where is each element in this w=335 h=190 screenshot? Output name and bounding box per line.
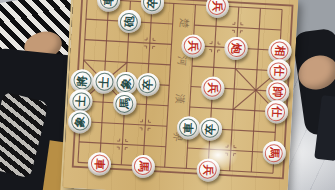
piece-character: 馬 (137, 160, 149, 172)
intersection-c7r2[interactable] (204, 16, 227, 38)
intersection-c4r2[interactable] (140, 12, 163, 34)
intersection-c8r5[interactable] (223, 78, 246, 100)
intersection-c4r4[interactable] (137, 53, 160, 75)
intersection-c7r4[interactable] (202, 56, 225, 78)
intersection-c9r5[interactable] (244, 79, 267, 101)
piece-character: 士 (98, 76, 110, 88)
photo-scene: 車卒砲將士象卒士馬象車卒兵兵炮相仕兵帥仕馬車馬兵 楚河漢界 (0, 0, 335, 190)
river-character: 河 (174, 55, 189, 68)
intersection-c8r6[interactable] (222, 99, 245, 121)
piece-red-horse[interactable]: 馬 (131, 154, 155, 178)
intersection-c1r3[interactable] (73, 29, 96, 51)
piece-character: 仕 (270, 106, 282, 118)
intersection-c5r3[interactable] (160, 34, 183, 56)
piece-character: 卒 (142, 78, 154, 90)
intersection-c2r4[interactable] (94, 50, 117, 72)
intersection-c3r7[interactable] (112, 113, 135, 135)
light-glare (198, 140, 238, 170)
intersection-c3r8[interactable] (111, 133, 134, 155)
intersection-c8r7[interactable] (220, 119, 243, 141)
intersection-c5r9[interactable] (153, 156, 176, 178)
piece-character: 車 (103, 0, 115, 6)
intersection-c9r9[interactable] (240, 161, 263, 183)
piece-black-soldier[interactable]: 卒 (198, 117, 222, 141)
intersection-c5r1[interactable] (162, 0, 185, 14)
xiangqi-board: 車卒砲將士象卒士馬象車卒兵兵炮相仕兵帥仕馬車馬兵 楚河漢界 (63, 0, 299, 190)
intersection-c9r3[interactable] (247, 38, 270, 60)
intersection-c4r8[interactable] (133, 135, 156, 157)
intersection-c10r9[interactable] (261, 162, 284, 184)
intersection-c10r7[interactable] (264, 122, 287, 144)
piece-character: 炮 (231, 42, 243, 54)
intersection-c2r3[interactable] (95, 30, 118, 52)
piece-character: 砲 (123, 16, 135, 28)
intersection-c1r4[interactable] (72, 49, 95, 71)
piece-character: 車 (183, 122, 195, 134)
intersection-c1r8[interactable] (68, 131, 91, 153)
intersection-c2r8[interactable] (89, 132, 112, 154)
intersection-c8r1[interactable] (227, 0, 250, 18)
intersection-c8r4[interactable] (224, 58, 247, 80)
piece-character: 卒 (204, 123, 216, 135)
intersection-c10r2[interactable] (269, 19, 292, 41)
piece-character: 仕 (273, 65, 285, 77)
intersection-c4r7[interactable] (134, 114, 157, 136)
river-character: 楚 (176, 17, 191, 30)
piece-character: 帥 (272, 86, 284, 98)
intersection-c6r1[interactable] (184, 0, 207, 16)
piece-character: 相 (274, 45, 286, 57)
intersection-c6r9[interactable] (175, 158, 198, 180)
intersection-c9r7[interactable] (242, 120, 265, 142)
piece-character: 馬 (119, 98, 131, 110)
intersection-c4r6[interactable] (135, 94, 158, 116)
piece-character: 馬 (268, 147, 280, 159)
piece-character: 兵 (187, 40, 199, 52)
piece-character: 兵 (207, 82, 219, 94)
intersection-c1r2[interactable] (75, 8, 98, 30)
intersection-c8r2[interactable] (226, 17, 249, 39)
piece-character: 士 (76, 95, 88, 107)
intersection-c2r6[interactable] (92, 91, 115, 113)
intersection-c4r3[interactable] (138, 32, 161, 54)
intersection-c9r4[interactable] (246, 59, 269, 81)
piece-character: 兵 (211, 0, 223, 12)
intersection-c3r4[interactable] (116, 52, 139, 74)
piece-character: 象 (120, 77, 132, 89)
piece-character: 象 (74, 116, 86, 128)
intersection-c9r1[interactable] (249, 0, 272, 19)
intersection-c1r9[interactable] (67, 152, 90, 174)
intersection-c9r6[interactable] (243, 100, 266, 122)
piece-character: 將 (77, 75, 89, 87)
piece-red-soldier[interactable]: 兵 (200, 76, 224, 100)
intersection-c2r7[interactable] (90, 112, 113, 134)
intersection-c10r1[interactable] (271, 0, 294, 20)
intersection-c7r6[interactable] (200, 97, 223, 119)
intersection-c3r9[interactable] (110, 154, 133, 176)
intersection-c9r8[interactable] (241, 141, 264, 163)
piece-character: 車 (94, 158, 106, 170)
intersection-c7r3[interactable] (203, 36, 226, 58)
piece-character: 卒 (146, 0, 158, 8)
intersection-c2r2[interactable] (96, 9, 119, 31)
intersection-c3r3[interactable] (117, 31, 140, 53)
intersection-c9r2[interactable] (248, 18, 271, 40)
piece-black-soldier[interactable]: 卒 (135, 72, 159, 96)
river-character: 漢 (172, 93, 187, 106)
